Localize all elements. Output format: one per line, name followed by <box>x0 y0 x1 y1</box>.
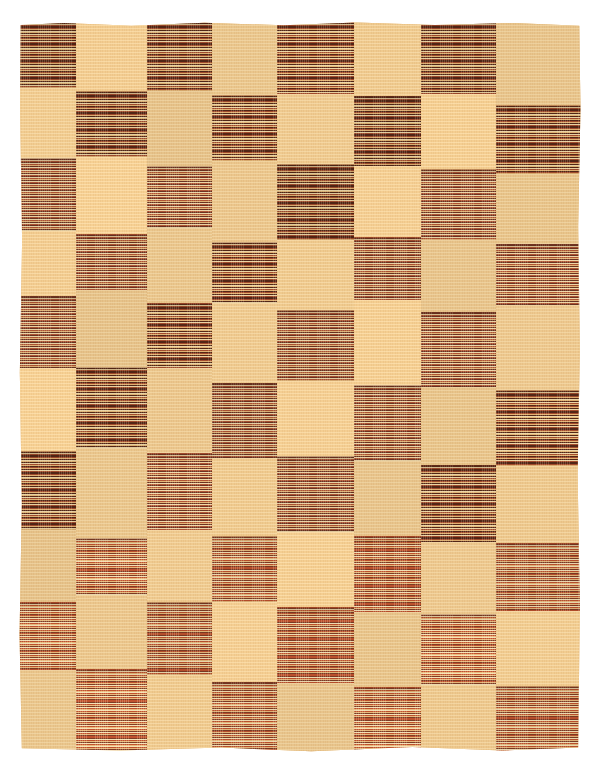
rug-square-striped <box>212 95 277 161</box>
rug-square-plain <box>212 161 277 242</box>
rug-square-striped <box>277 22 354 94</box>
rug-square-plain <box>147 228 212 303</box>
rug-square-striped <box>277 456 354 532</box>
rug-square-striped <box>19 296 76 368</box>
rug-square-plain <box>421 94 496 169</box>
rug-square-plain <box>354 22 421 96</box>
rug-square-striped <box>421 169 496 240</box>
rug-square-plain <box>19 231 76 296</box>
rug-square-plain <box>421 240 496 312</box>
rug-square-plain <box>212 458 277 536</box>
rug-square-plain <box>147 368 212 453</box>
rug-square-plain <box>147 675 212 752</box>
checkerboard-rug <box>19 22 581 752</box>
rug-square-plain <box>147 530 212 602</box>
rug-square-striped <box>19 451 76 530</box>
rug-square-plain <box>496 466 581 543</box>
rug-column-7 <box>421 22 496 752</box>
rug-square-plain <box>76 22 147 91</box>
rug-square-plain <box>19 670 76 752</box>
rug-square-plain <box>76 448 147 538</box>
rug-square-plain <box>354 166 421 237</box>
rug-column-2 <box>76 22 147 752</box>
rug-square-striped <box>354 687 421 752</box>
rug-square-striped <box>212 383 277 458</box>
rug-column-4 <box>212 22 277 752</box>
rug-square-plain <box>147 91 212 166</box>
rug-square-plain <box>19 88 76 158</box>
rug-square-plain <box>277 532 354 607</box>
rug-square-plain <box>19 530 76 602</box>
rug-square-striped <box>496 543 581 611</box>
rug-square-plain <box>277 94 354 164</box>
rug-square-striped <box>147 453 212 530</box>
rug-column-6 <box>354 22 421 752</box>
rug-square-striped <box>421 22 496 94</box>
rug-square-striped <box>212 682 277 752</box>
rug-square-plain <box>354 612 421 687</box>
rug-square-striped <box>496 390 581 466</box>
rug-square-striped <box>354 385 421 461</box>
rug-square-striped <box>212 536 277 602</box>
rug-column-8 <box>496 22 581 752</box>
rug-square-plain <box>421 542 496 614</box>
photo-background <box>0 0 599 770</box>
rug-square-plain <box>277 683 354 752</box>
rug-square-striped <box>421 465 496 542</box>
rug-square-striped <box>354 536 421 612</box>
rug-square-striped <box>496 105 581 174</box>
rug-square-striped <box>147 166 212 228</box>
rug-square-plain <box>19 368 76 451</box>
rug-square-plain <box>76 157 147 234</box>
rug-square-plain <box>421 387 496 465</box>
rug-square-plain <box>212 303 277 383</box>
rug-square-plain <box>354 461 421 536</box>
rug-square-striped <box>277 607 354 683</box>
rug-square-striped <box>354 96 421 166</box>
rug-square-plain <box>421 685 496 752</box>
rug-square-plain <box>496 305 581 390</box>
rug-square-striped <box>354 237 421 300</box>
rug-square-striped <box>212 242 277 303</box>
rug-square-plain <box>212 602 277 682</box>
rug-square-plain <box>496 22 581 105</box>
rug-square-plain <box>496 611 581 686</box>
rug-square-striped <box>76 234 147 290</box>
rug-square-striped <box>421 614 496 685</box>
rug-square-striped <box>76 91 147 157</box>
rug-square-striped <box>19 158 76 231</box>
rug-square-striped <box>147 22 212 91</box>
rug-square-striped <box>421 312 496 387</box>
rug-column-3 <box>147 22 212 752</box>
rug-square-plain <box>212 22 277 95</box>
rug-square-plain <box>496 174 581 244</box>
rug-square-striped <box>76 669 147 752</box>
rug-column-5 <box>277 22 354 752</box>
rug-square-plain <box>277 240 354 310</box>
rug-square-striped <box>19 602 76 670</box>
rug-square-striped <box>496 686 581 752</box>
rug-square-plain <box>354 300 421 385</box>
rug-column-1 <box>19 22 76 752</box>
rug-square-striped <box>277 164 354 240</box>
rug-square-striped <box>76 538 147 595</box>
rug-square-striped <box>19 22 76 88</box>
rug-square-plain <box>76 290 147 367</box>
rug-square-plain <box>76 595 147 669</box>
rug-square-striped <box>147 602 212 675</box>
rug-square-plain <box>277 381 354 456</box>
rug-square-striped <box>76 367 147 448</box>
rug-square-striped <box>147 303 212 368</box>
rug-square-striped <box>277 310 354 381</box>
rug-square-striped <box>496 244 581 305</box>
